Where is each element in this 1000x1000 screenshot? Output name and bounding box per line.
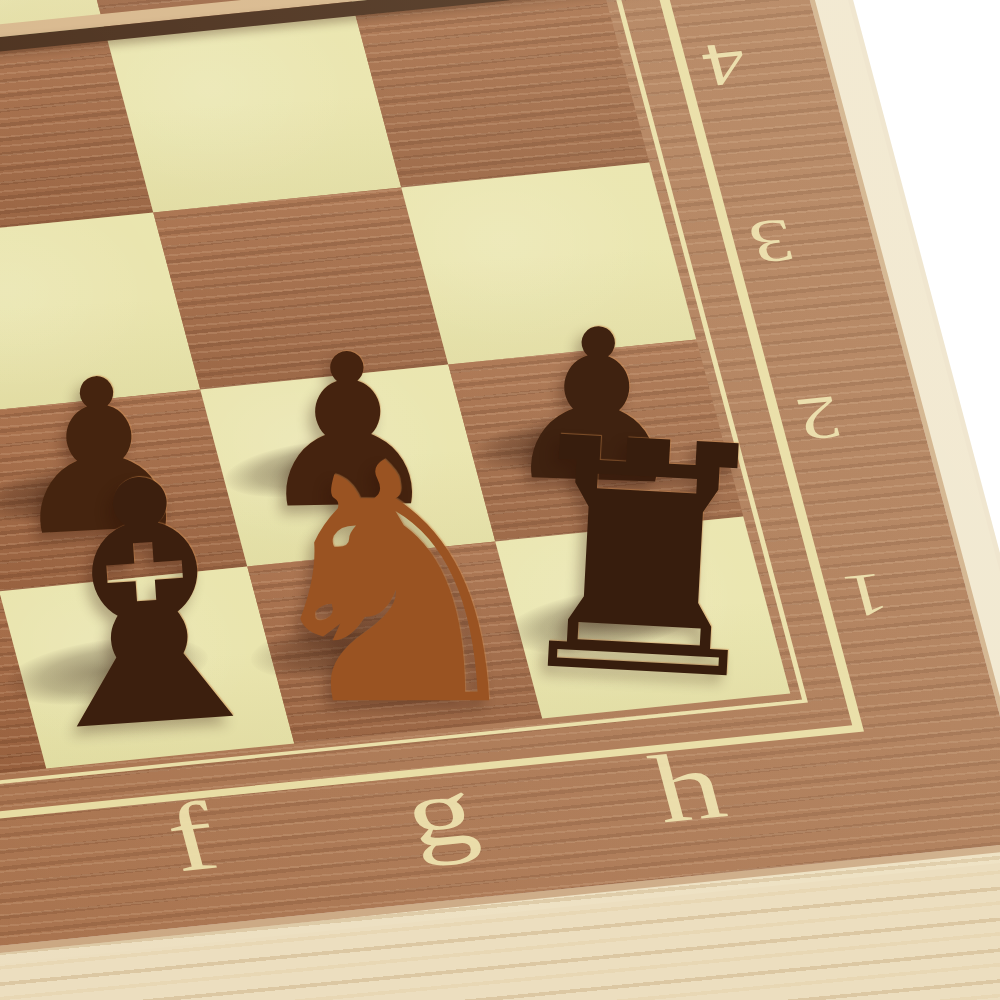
square-h4 [354,0,649,187]
square-h1 [495,516,790,718]
rank-label-1: 1 [753,497,979,692]
rank-label-3: 3 [659,143,885,338]
file-label-g: g [298,731,583,894]
file-label-h: h [546,706,831,869]
square-g1 [247,541,542,743]
square-g3 [153,187,448,389]
square-h2 [448,339,743,541]
rank-label-4: 4 [612,0,838,161]
square-h3 [401,162,696,364]
square-g2 [200,364,495,566]
chessboard-photo-scene: abcdefgh12345678 ♟♟♟♜♞♝ [0,0,1000,1000]
square-f1 [0,566,294,768]
rank-label-2: 2 [706,320,932,515]
square-g4 [106,10,401,212]
file-label-f: f [50,756,335,919]
